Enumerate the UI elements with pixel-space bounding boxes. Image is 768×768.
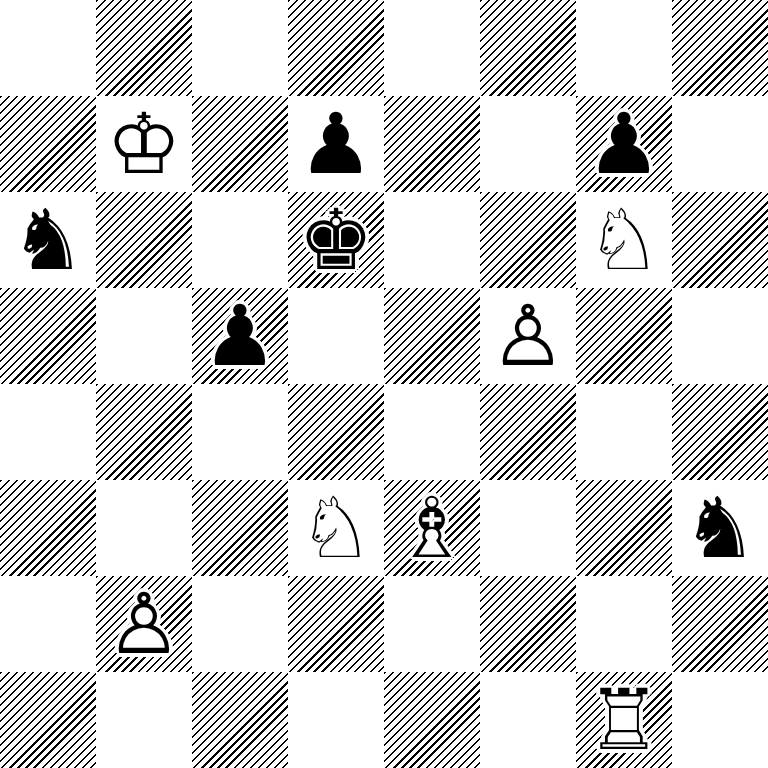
square-e5[interactable] — [384, 288, 480, 384]
white-knight-piece[interactable]: ♞♘ — [576, 192, 672, 288]
square-g5[interactable] — [576, 288, 672, 384]
square-g6[interactable]: ♞♘ — [576, 192, 672, 288]
square-f8[interactable] — [480, 0, 576, 96]
white-knight-piece[interactable]: ♞♘ — [288, 480, 384, 576]
square-e8[interactable] — [384, 0, 480, 96]
square-e4[interactable] — [384, 384, 480, 480]
black-knight-piece[interactable]: ♞♞ — [672, 480, 768, 576]
square-f5[interactable]: ♟♙ — [480, 288, 576, 384]
black-king-glyph: ♚ — [288, 192, 384, 288]
square-b1[interactable] — [96, 672, 192, 768]
black-pawn-piece[interactable]: ♟♟ — [576, 96, 672, 192]
square-c7[interactable] — [192, 96, 288, 192]
white-pawn-piece[interactable]: ♟♙ — [96, 576, 192, 672]
square-g1[interactable]: ♜♖ — [576, 672, 672, 768]
square-f3[interactable] — [480, 480, 576, 576]
square-a8[interactable] — [0, 0, 96, 96]
square-b5[interactable] — [96, 288, 192, 384]
square-c6[interactable] — [192, 192, 288, 288]
square-g4[interactable] — [576, 384, 672, 480]
square-f6[interactable] — [480, 192, 576, 288]
square-h2[interactable] — [672, 576, 768, 672]
square-f1[interactable] — [480, 672, 576, 768]
square-d5[interactable] — [288, 288, 384, 384]
square-a5[interactable] — [0, 288, 96, 384]
black-pawn-piece[interactable]: ♟♟ — [192, 288, 288, 384]
white-rook-glyph: ♖ — [576, 672, 672, 768]
square-a1[interactable] — [0, 672, 96, 768]
square-b6[interactable] — [96, 192, 192, 288]
white-king-glyph: ♔ — [96, 96, 192, 192]
square-d4[interactable] — [288, 384, 384, 480]
square-h1[interactable] — [672, 672, 768, 768]
square-d8[interactable] — [288, 0, 384, 96]
square-c3[interactable] — [192, 480, 288, 576]
square-g2[interactable] — [576, 576, 672, 672]
square-b8[interactable] — [96, 0, 192, 96]
white-bishop-glyph: ♗ — [384, 480, 480, 576]
black-knight-glyph: ♞ — [672, 480, 768, 576]
square-f2[interactable] — [480, 576, 576, 672]
square-d2[interactable] — [288, 576, 384, 672]
square-g8[interactable] — [576, 0, 672, 96]
white-knight-glyph: ♘ — [576, 192, 672, 288]
square-c1[interactable] — [192, 672, 288, 768]
square-d1[interactable] — [288, 672, 384, 768]
white-pawn-glyph: ♙ — [96, 576, 192, 672]
square-c5[interactable]: ♟♟ — [192, 288, 288, 384]
square-e3[interactable]: ♝♗ — [384, 480, 480, 576]
square-d7[interactable]: ♟♟ — [288, 96, 384, 192]
white-knight-glyph: ♘ — [288, 480, 384, 576]
white-bishop-piece[interactable]: ♝♗ — [384, 480, 480, 576]
white-pawn-glyph: ♙ — [480, 288, 576, 384]
square-c2[interactable] — [192, 576, 288, 672]
square-e2[interactable] — [384, 576, 480, 672]
black-pawn-piece[interactable]: ♟♟ — [288, 96, 384, 192]
square-d6[interactable]: ♚♚ — [288, 192, 384, 288]
square-c8[interactable] — [192, 0, 288, 96]
square-h3[interactable]: ♞♞ — [672, 480, 768, 576]
square-h4[interactable] — [672, 384, 768, 480]
black-knight-piece[interactable]: ♞♞ — [0, 192, 96, 288]
square-e6[interactable] — [384, 192, 480, 288]
square-a3[interactable] — [0, 480, 96, 576]
square-g7[interactable]: ♟♟ — [576, 96, 672, 192]
black-pawn-glyph: ♟ — [192, 288, 288, 384]
square-g3[interactable] — [576, 480, 672, 576]
square-e7[interactable] — [384, 96, 480, 192]
black-pawn-glyph: ♟ — [288, 96, 384, 192]
square-c4[interactable] — [192, 384, 288, 480]
square-b7[interactable]: ♚♔ — [96, 96, 192, 192]
black-pawn-glyph: ♟ — [576, 96, 672, 192]
square-h7[interactable] — [672, 96, 768, 192]
square-b3[interactable] — [96, 480, 192, 576]
square-a2[interactable] — [0, 576, 96, 672]
square-h5[interactable] — [672, 288, 768, 384]
black-king-piece[interactable]: ♚♚ — [288, 192, 384, 288]
square-b4[interactable] — [96, 384, 192, 480]
square-a4[interactable] — [0, 384, 96, 480]
square-h6[interactable] — [672, 192, 768, 288]
square-a6[interactable]: ♞♞ — [0, 192, 96, 288]
square-a7[interactable] — [0, 96, 96, 192]
square-e1[interactable] — [384, 672, 480, 768]
square-b2[interactable]: ♟♙ — [96, 576, 192, 672]
square-f4[interactable] — [480, 384, 576, 480]
chessboard: ♚♔♟♟♟♟♞♞♚♚♞♘♟♟♟♙♞♘♝♗♞♞♟♙♜♖ — [0, 0, 768, 768]
square-f7[interactable] — [480, 96, 576, 192]
square-h8[interactable] — [672, 0, 768, 96]
white-pawn-piece[interactable]: ♟♙ — [480, 288, 576, 384]
white-king-piece[interactable]: ♚♔ — [96, 96, 192, 192]
square-d3[interactable]: ♞♘ — [288, 480, 384, 576]
white-rook-piece[interactable]: ♜♖ — [576, 672, 672, 768]
black-knight-glyph: ♞ — [0, 192, 96, 288]
